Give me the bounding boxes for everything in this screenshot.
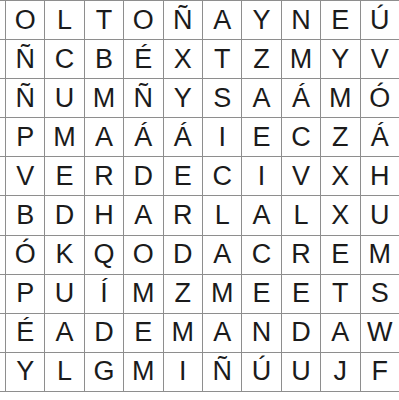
grid-cell[interactable]: L	[282, 196, 321, 235]
grid-cell[interactable]: É	[124, 40, 163, 79]
grid-cell[interactable]: P	[6, 118, 45, 157]
grid-cell[interactable]: Ñ	[164, 1, 203, 40]
grid-cell[interactable]: V	[282, 157, 321, 196]
grid-cell[interactable]: X	[321, 157, 360, 196]
grid-cell[interactable]: Y	[242, 1, 281, 40]
grid-cell[interactable]: Ñ	[203, 353, 242, 392]
grid-cell[interactable]: Z	[321, 118, 360, 157]
grid-cell[interactable]: D	[124, 157, 163, 196]
grid-cell[interactable]: Ñ	[6, 79, 45, 118]
grid-cell[interactable]: M	[124, 353, 163, 392]
grid-cell[interactable]: L	[45, 1, 84, 40]
grid-cell[interactable]: D	[85, 314, 124, 353]
grid-cell[interactable]: M	[45, 118, 84, 157]
grid-cell[interactable]: E	[321, 236, 360, 275]
grid-cell[interactable]: M	[124, 275, 163, 314]
grid-cell[interactable]: M	[164, 314, 203, 353]
grid-cell[interactable]: A	[321, 314, 360, 353]
grid-cell[interactable]: M	[321, 79, 360, 118]
grid-cell[interactable]: L	[45, 353, 84, 392]
grid-cell[interactable]: A	[45, 314, 84, 353]
grid-cell[interactable]: X	[164, 40, 203, 79]
grid-cell[interactable]: R	[282, 236, 321, 275]
grid-cell[interactable]: A	[203, 314, 242, 353]
grid-cell[interactable]: Á	[164, 118, 203, 157]
grid-cell[interactable]: M	[85, 79, 124, 118]
grid-cell[interactable]: R	[164, 196, 203, 235]
grid-cell[interactable]: Ñ	[6, 40, 45, 79]
grid-cell[interactable]: B	[6, 196, 45, 235]
grid-cell[interactable]: C	[45, 40, 84, 79]
grid-cell[interactable]: Á	[361, 118, 399, 157]
grid-cell[interactable]: M	[203, 275, 242, 314]
grid-cell[interactable]: N	[242, 314, 281, 353]
grid-cell[interactable]: T	[85, 1, 124, 40]
grid-cell[interactable]: Ñ	[124, 79, 163, 118]
grid-cell[interactable]: Y	[164, 79, 203, 118]
grid-cell[interactable]: B	[85, 40, 124, 79]
grid-cell[interactable]: E	[242, 275, 281, 314]
grid-cell[interactable]: C	[203, 157, 242, 196]
grid-cell[interactable]: M	[282, 40, 321, 79]
grid-cell[interactable]: E	[45, 157, 84, 196]
grid-cell[interactable]: R	[85, 157, 124, 196]
grid-cell[interactable]: D	[282, 314, 321, 353]
grid-cell[interactable]: U	[45, 275, 84, 314]
word-search-board[interactable]: OLTOÑAYNEÚÑCBÉXTZMYVÑUMÑYSAÁMÓPMAÁÁIECZÁ…	[0, 0, 399, 392]
word-search-page: OLTOÑAYNEÚÑCBÉXTZMYVÑUMÑYSAÁMÓPMAÁÁIECZÁ…	[0, 0, 399, 400]
grid-cell[interactable]: É	[6, 314, 45, 353]
grid-cell[interactable]: E	[282, 275, 321, 314]
grid-cell[interactable]: I	[242, 157, 281, 196]
grid-cell[interactable]: A	[203, 1, 242, 40]
grid-cell[interactable]: A	[203, 236, 242, 275]
grid-cell[interactable]: D	[164, 236, 203, 275]
grid-cell[interactable]: Ó	[361, 79, 399, 118]
grid-cell[interactable]: O	[124, 236, 163, 275]
grid-cell[interactable]: K	[45, 236, 84, 275]
grid-cell[interactable]: E	[242, 118, 281, 157]
grid-cell[interactable]: S	[203, 79, 242, 118]
grid-cell[interactable]: W	[361, 314, 399, 353]
grid-cell[interactable]: A	[124, 196, 163, 235]
grid-cell[interactable]: Ú	[361, 1, 399, 40]
grid-cell[interactable]: Q	[85, 236, 124, 275]
grid-cell[interactable]: U	[282, 353, 321, 392]
grid-cell[interactable]: U	[45, 79, 84, 118]
grid-cell[interactable]: P	[6, 275, 45, 314]
grid-cell[interactable]: J	[321, 353, 360, 392]
grid-cell[interactable]: E	[321, 1, 360, 40]
grid-cell[interactable]: C	[242, 236, 281, 275]
grid-cell[interactable]: Á	[124, 118, 163, 157]
grid-cell[interactable]: Y	[6, 353, 45, 392]
grid-cell[interactable]: T	[203, 40, 242, 79]
grid-cell[interactable]: Z	[242, 40, 281, 79]
grid-cell[interactable]: A	[85, 118, 124, 157]
grid-cell[interactable]: C	[282, 118, 321, 157]
grid-cell[interactable]: Í	[85, 275, 124, 314]
grid-cell[interactable]: O	[6, 1, 45, 40]
grid-cell[interactable]: M	[361, 236, 399, 275]
grid-cell[interactable]: V	[361, 40, 399, 79]
grid-cell[interactable]: V	[6, 157, 45, 196]
grid-cell[interactable]: Á	[282, 79, 321, 118]
grid-cell[interactable]: U	[361, 196, 399, 235]
grid-cell[interactable]: T	[321, 275, 360, 314]
grid-cell[interactable]: Ó	[6, 236, 45, 275]
grid-cell[interactable]: Ú	[242, 353, 281, 392]
grid-cell[interactable]: E	[124, 314, 163, 353]
grid-cell[interactable]: H	[361, 157, 399, 196]
grid-cell[interactable]: A	[242, 196, 281, 235]
grid-cell[interactable]: Y	[321, 40, 360, 79]
grid-cell[interactable]: G	[85, 353, 124, 392]
grid-cell[interactable]: S	[361, 275, 399, 314]
grid-cell[interactable]: I	[164, 353, 203, 392]
grid-cell[interactable]: N	[282, 1, 321, 40]
grid-cell[interactable]: O	[124, 1, 163, 40]
grid-cell[interactable]: L	[203, 196, 242, 235]
grid-cell[interactable]: H	[85, 196, 124, 235]
grid-cell[interactable]: E	[164, 157, 203, 196]
grid-cell[interactable]: I	[203, 118, 242, 157]
grid-cell[interactable]: Z	[164, 275, 203, 314]
grid-cell[interactable]: A	[242, 79, 281, 118]
grid-cell[interactable]: D	[45, 196, 84, 235]
grid-cell[interactable]: F	[361, 353, 399, 392]
grid-cell[interactable]: X	[321, 196, 360, 235]
